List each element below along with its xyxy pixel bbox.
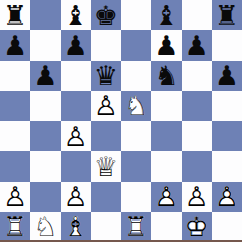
- white-pawn-icon: ♟♙: [64, 123, 88, 150]
- square-d3[interactable]: ♛♕: [91, 151, 121, 181]
- chess-board: ♜♝♚♝♜♟♟♟♟♟♛♞♟♟♙♞♘♟♙♛♕♟♙♟♙♟♙♟♙♟♙♜♖♞♘♝♗♜♖♚…: [0, 0, 242, 242]
- square-d8[interactable]: ♚: [91, 0, 121, 30]
- square-h5[interactable]: [212, 91, 242, 121]
- square-e2[interactable]: [121, 182, 151, 212]
- square-c4[interactable]: ♟♙: [61, 121, 91, 151]
- square-h6[interactable]: ♟: [212, 61, 242, 91]
- square-h7[interactable]: [212, 30, 242, 60]
- square-b4[interactable]: [30, 121, 60, 151]
- square-e4[interactable]: [121, 121, 151, 151]
- white-rook-icon: ♜♖: [124, 213, 148, 240]
- black-rook-icon: ♜: [3, 2, 27, 29]
- square-c3[interactable]: [61, 151, 91, 181]
- white-knight-icon: ♞♘: [124, 92, 148, 119]
- black-knight-icon: ♞: [154, 62, 178, 89]
- square-c8[interactable]: ♝: [61, 0, 91, 30]
- square-f5[interactable]: [151, 91, 181, 121]
- black-pawn-icon: ♟: [64, 32, 88, 59]
- square-a7[interactable]: ♟: [0, 30, 30, 60]
- black-pawn-icon: ♟: [33, 62, 57, 89]
- square-a3[interactable]: [0, 151, 30, 181]
- white-pawn-icon: ♟♙: [64, 183, 88, 210]
- square-e5[interactable]: ♞♘: [121, 91, 151, 121]
- square-c5[interactable]: [61, 91, 91, 121]
- square-d2[interactable]: [91, 182, 121, 212]
- black-rook-icon: ♜: [215, 2, 239, 29]
- square-h4[interactable]: [212, 121, 242, 151]
- square-f4[interactable]: [151, 121, 181, 151]
- square-e6[interactable]: [121, 61, 151, 91]
- black-pawn-icon: ♟: [3, 32, 27, 59]
- square-a6[interactable]: [0, 61, 30, 91]
- square-b1[interactable]: ♞♘: [30, 212, 60, 242]
- square-c2[interactable]: ♟♙: [61, 182, 91, 212]
- square-h2[interactable]: ♟♙: [212, 182, 242, 212]
- square-c1[interactable]: ♝♗: [61, 212, 91, 242]
- white-bishop-icon: ♝♗: [64, 213, 88, 240]
- square-g7[interactable]: ♟: [182, 30, 212, 60]
- white-rook-icon: ♜♖: [3, 213, 27, 240]
- square-g2[interactable]: ♟♙: [182, 182, 212, 212]
- board-container: ♜♝♚♝♜♟♟♟♟♟♛♞♟♟♙♞♘♟♙♛♕♟♙♟♙♟♙♟♙♟♙♜♖♞♘♝♗♜♖♚…: [0, 0, 242, 242]
- square-g1[interactable]: ♚♔: [182, 212, 212, 242]
- square-f6[interactable]: ♞: [151, 61, 181, 91]
- white-pawn-icon: ♟♙: [154, 183, 178, 210]
- square-a2[interactable]: ♟♙: [0, 182, 30, 212]
- square-f8[interactable]: ♝: [151, 0, 181, 30]
- square-e8[interactable]: [121, 0, 151, 30]
- black-pawn-icon: ♟: [215, 62, 239, 89]
- black-pawn-icon: ♟: [185, 32, 209, 59]
- square-a1[interactable]: ♜♖: [0, 212, 30, 242]
- white-pawn-icon: ♟♙: [215, 183, 239, 210]
- square-e3[interactable]: [121, 151, 151, 181]
- square-f7[interactable]: ♟: [151, 30, 181, 60]
- square-h1[interactable]: [212, 212, 242, 242]
- square-f3[interactable]: [151, 151, 181, 181]
- white-knight-icon: ♞♘: [33, 213, 57, 240]
- white-pawn-icon: ♟♙: [185, 183, 209, 210]
- square-f1[interactable]: [151, 212, 181, 242]
- square-c7[interactable]: ♟: [61, 30, 91, 60]
- square-g5[interactable]: [182, 91, 212, 121]
- square-g8[interactable]: [182, 0, 212, 30]
- square-d7[interactable]: [91, 30, 121, 60]
- square-b8[interactable]: [30, 0, 60, 30]
- square-a5[interactable]: [0, 91, 30, 121]
- white-king-icon: ♚♔: [185, 213, 209, 240]
- black-bishop-icon: ♝: [154, 2, 178, 29]
- square-d1[interactable]: [91, 212, 121, 242]
- square-c6[interactable]: [61, 61, 91, 91]
- white-pawn-icon: ♟♙: [3, 183, 27, 210]
- square-g4[interactable]: [182, 121, 212, 151]
- square-b3[interactable]: [30, 151, 60, 181]
- black-king-icon: ♚: [94, 2, 118, 29]
- black-queen-icon: ♛: [94, 62, 118, 89]
- square-a8[interactable]: ♜: [0, 0, 30, 30]
- square-d6[interactable]: ♛: [91, 61, 121, 91]
- black-pawn-icon: ♟: [154, 32, 178, 59]
- square-g6[interactable]: [182, 61, 212, 91]
- square-g3[interactable]: [182, 151, 212, 181]
- square-f2[interactable]: ♟♙: [151, 182, 181, 212]
- square-h3[interactable]: [212, 151, 242, 181]
- square-h8[interactable]: ♜: [212, 0, 242, 30]
- black-bishop-icon: ♝: [64, 2, 88, 29]
- square-b5[interactable]: [30, 91, 60, 121]
- square-d4[interactable]: [91, 121, 121, 151]
- square-a4[interactable]: [0, 121, 30, 151]
- square-d5[interactable]: ♟♙: [91, 91, 121, 121]
- square-b2[interactable]: [30, 182, 60, 212]
- square-b7[interactable]: [30, 30, 60, 60]
- square-b6[interactable]: ♟: [30, 61, 60, 91]
- square-e1[interactable]: ♜♖: [121, 212, 151, 242]
- white-queen-icon: ♛♕: [94, 153, 118, 180]
- square-e7[interactable]: [121, 30, 151, 60]
- white-pawn-icon: ♟♙: [94, 92, 118, 119]
